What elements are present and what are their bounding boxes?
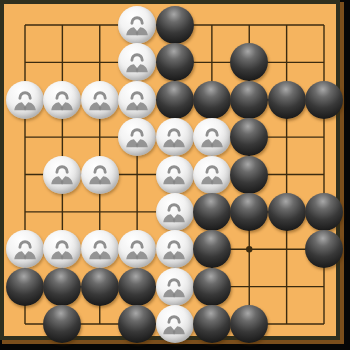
stone-black[interactable] xyxy=(81,268,119,306)
stone-white[interactable] xyxy=(193,118,231,156)
stone-white[interactable] xyxy=(118,43,156,81)
stone-black[interactable] xyxy=(193,81,231,119)
person-icon xyxy=(123,123,151,151)
person-icon xyxy=(48,86,76,114)
stone-black[interactable] xyxy=(6,268,44,306)
person-icon xyxy=(86,160,114,188)
stone-black[interactable] xyxy=(305,230,343,268)
stone-white[interactable] xyxy=(156,230,194,268)
person-icon xyxy=(198,123,226,151)
person-icon xyxy=(86,235,114,263)
person-icon xyxy=(160,198,188,226)
stone-white[interactable] xyxy=(81,230,119,268)
stone-white[interactable] xyxy=(156,193,194,231)
person-icon xyxy=(160,160,188,188)
go-board-frame xyxy=(0,0,350,350)
person-icon xyxy=(123,48,151,76)
person-icon xyxy=(123,11,151,39)
person-icon xyxy=(160,310,188,338)
stone-black[interactable] xyxy=(193,305,231,343)
stone-white[interactable] xyxy=(43,230,81,268)
stone-white[interactable] xyxy=(6,230,44,268)
person-icon xyxy=(123,86,151,114)
stone-white[interactable] xyxy=(193,156,231,194)
stone-black[interactable] xyxy=(268,81,306,119)
stone-black[interactable] xyxy=(156,6,194,44)
stone-black[interactable] xyxy=(305,193,343,231)
person-icon xyxy=(160,123,188,151)
person-icon xyxy=(198,160,226,188)
stone-white[interactable] xyxy=(156,118,194,156)
stone-white[interactable] xyxy=(156,305,194,343)
stone-black[interactable] xyxy=(156,43,194,81)
stone-black[interactable] xyxy=(230,81,268,119)
person-icon xyxy=(11,235,39,263)
stone-black[interactable] xyxy=(230,156,268,194)
person-icon xyxy=(11,86,39,114)
person-icon xyxy=(48,235,76,263)
stone-black[interactable] xyxy=(193,193,231,231)
stone-white[interactable] xyxy=(6,81,44,119)
stone-white[interactable] xyxy=(43,81,81,119)
stone-white[interactable] xyxy=(156,268,194,306)
stone-black[interactable] xyxy=(43,268,81,306)
stone-white[interactable] xyxy=(43,156,81,194)
person-icon xyxy=(160,273,188,301)
stone-black[interactable] xyxy=(118,268,156,306)
person-icon xyxy=(123,235,151,263)
person-icon xyxy=(48,160,76,188)
stone-white[interactable] xyxy=(118,6,156,44)
stone-black[interactable] xyxy=(118,305,156,343)
stone-black[interactable] xyxy=(156,81,194,119)
stone-white[interactable] xyxy=(118,81,156,119)
stone-white[interactable] xyxy=(118,118,156,156)
stone-white[interactable] xyxy=(81,156,119,194)
person-icon xyxy=(86,86,114,114)
stone-white[interactable] xyxy=(81,81,119,119)
person-icon xyxy=(160,235,188,263)
stone-black[interactable] xyxy=(193,268,231,306)
stone-white[interactable] xyxy=(156,156,194,194)
stone-black[interactable] xyxy=(268,193,306,231)
stone-black[interactable] xyxy=(43,305,81,343)
stone-black[interactable] xyxy=(230,193,268,231)
stone-black[interactable] xyxy=(305,81,343,119)
stone-black[interactable] xyxy=(230,305,268,343)
stone-white[interactable] xyxy=(118,230,156,268)
go-board[interactable] xyxy=(0,0,340,340)
stone-black[interactable] xyxy=(193,230,231,268)
